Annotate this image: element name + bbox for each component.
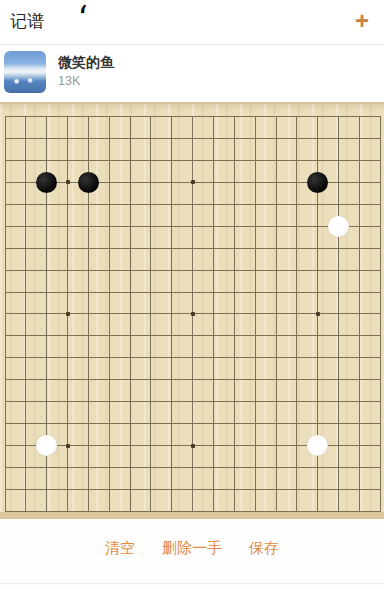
star-point <box>316 312 320 316</box>
stray-ink-mark: ‘ <box>76 0 90 40</box>
grid-line <box>276 116 277 512</box>
grid-line <box>234 116 235 512</box>
player-meta: 微笑的鱼 13K <box>58 53 114 90</box>
clear-board-button[interactable]: 清空 <box>105 538 135 558</box>
player-rank: 13K <box>58 73 114 90</box>
grid-line <box>380 116 381 512</box>
black-stone[interactable] <box>307 172 328 193</box>
white-stone[interactable] <box>36 435 57 456</box>
grid-line <box>5 489 381 490</box>
player-avatar[interactable] <box>4 51 46 93</box>
grid-line <box>255 116 256 512</box>
player-row[interactable]: 微笑的鱼 13K <box>0 45 384 98</box>
star-point <box>66 180 70 184</box>
divider <box>0 583 384 584</box>
save-button[interactable]: 保存 <box>249 538 279 558</box>
star-point <box>191 444 195 448</box>
white-stone[interactable] <box>328 216 349 237</box>
black-stone[interactable] <box>36 172 57 193</box>
grid-line <box>5 423 381 424</box>
go-board[interactable] <box>0 102 384 519</box>
star-point <box>191 312 195 316</box>
grid-line <box>5 401 381 402</box>
add-record-button[interactable]: + <box>355 0 369 41</box>
grid-line <box>5 379 381 380</box>
grid-line <box>338 116 339 512</box>
page-title: 记谱 <box>10 0 44 44</box>
grid-line <box>5 467 381 468</box>
top-bar: 记谱 ‘ + <box>0 0 384 45</box>
player-name: 微笑的鱼 <box>58 53 114 71</box>
board-action-buttons: 清空 删除一手 保存 <box>0 519 384 558</box>
grid-line <box>5 511 381 512</box>
grid-line <box>296 116 297 512</box>
grid-line <box>359 116 360 512</box>
star-point <box>191 180 195 184</box>
star-point <box>66 312 70 316</box>
star-point <box>66 444 70 448</box>
black-stone[interactable] <box>78 172 99 193</box>
grid-line <box>5 335 381 336</box>
bottom-toolbar: 清空 删除一手 保存 <box>0 519 384 589</box>
grid-line <box>5 357 381 358</box>
white-stone[interactable] <box>307 435 328 456</box>
delete-one-move-button[interactable]: 删除一手 <box>162 538 222 558</box>
grid-line <box>213 116 214 512</box>
